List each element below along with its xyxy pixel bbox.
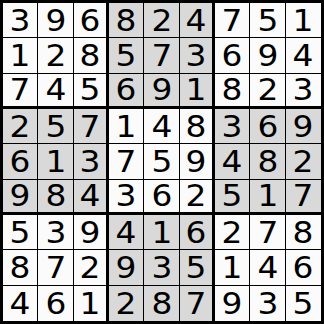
- cell-r3c5[interactable]: 9: [144, 74, 179, 109]
- cell-digit: 6: [222, 40, 243, 71]
- cell-r9c2[interactable]: 6: [38, 286, 73, 321]
- cell-digit: 9: [79, 217, 100, 248]
- cell-r4c6[interactable]: 8: [180, 109, 215, 144]
- cell-r4c8[interactable]: 6: [250, 109, 285, 144]
- cell-digit: 4: [185, 5, 206, 36]
- cell-r1c5[interactable]: 2: [144, 3, 179, 38]
- cell-digit: 8: [10, 252, 31, 283]
- cell-digit: 4: [10, 288, 31, 319]
- cell-digit: 5: [45, 111, 66, 142]
- cell-digit: 3: [185, 40, 206, 71]
- cell-digit: 9: [151, 74, 172, 105]
- cell-r6c9[interactable]: 7: [286, 180, 321, 215]
- cell-digit: 4: [79, 180, 100, 211]
- cell-digit: 7: [222, 5, 243, 36]
- cell-digit: 7: [116, 146, 137, 177]
- cell-r2c5[interactable]: 7: [144, 38, 179, 73]
- cell-r3c9[interactable]: 3: [286, 74, 321, 109]
- cell-r9c8[interactable]: 3: [250, 286, 285, 321]
- cell-digit: 9: [45, 5, 66, 36]
- cell-digit: 6: [293, 252, 314, 283]
- cell-r5c8[interactable]: 8: [250, 144, 285, 179]
- cell-r4c3[interactable]: 7: [74, 109, 109, 144]
- cell-r8c1[interactable]: 8: [3, 250, 38, 285]
- cell-r5c9[interactable]: 2: [286, 144, 321, 179]
- cell-r2c3[interactable]: 8: [74, 38, 109, 73]
- cell-r8c3[interactable]: 2: [74, 250, 109, 285]
- sudoku-board: 3968247511285736947456918232571483696137…: [0, 0, 324, 324]
- cell-digit: 8: [185, 111, 206, 142]
- cell-digit: 1: [116, 111, 137, 142]
- cell-digit: 2: [45, 40, 66, 71]
- cell-r2c4[interactable]: 5: [109, 38, 144, 73]
- cell-digit: 4: [116, 217, 137, 248]
- cell-r6c1[interactable]: 9: [3, 180, 38, 215]
- cell-digit: 1: [185, 74, 206, 105]
- cell-digit: 6: [151, 180, 172, 211]
- cell-r1c2[interactable]: 9: [38, 3, 73, 38]
- cell-r2c7[interactable]: 6: [215, 38, 250, 73]
- cell-r5c3[interactable]: 3: [74, 144, 109, 179]
- cell-digit: 9: [257, 40, 278, 71]
- cell-digit: 3: [10, 5, 31, 36]
- cell-r1c4[interactable]: 8: [109, 3, 144, 38]
- cell-r8c6[interactable]: 5: [180, 250, 215, 285]
- cell-digit: 1: [79, 288, 100, 319]
- cell-r9c3[interactable]: 1: [74, 286, 109, 321]
- cell-r5c2[interactable]: 1: [38, 144, 73, 179]
- cell-r4c5[interactable]: 4: [144, 109, 179, 144]
- cell-r6c5[interactable]: 6: [144, 180, 179, 215]
- cell-digit: 8: [293, 217, 314, 248]
- cell-digit: 4: [151, 111, 172, 142]
- cell-r4c2[interactable]: 5: [38, 109, 73, 144]
- cell-r7c7[interactable]: 2: [215, 215, 250, 250]
- cell-digit: 8: [222, 74, 243, 105]
- cell-digit: 7: [257, 217, 278, 248]
- cell-digit: 7: [10, 74, 31, 105]
- cell-r7c3[interactable]: 9: [74, 215, 109, 250]
- cell-digit: 6: [116, 74, 137, 105]
- cell-digit: 3: [45, 217, 66, 248]
- cell-digit: 4: [257, 252, 278, 283]
- cell-r5c4[interactable]: 7: [109, 144, 144, 179]
- cell-digit: 2: [116, 288, 137, 319]
- cell-r5c1[interactable]: 6: [3, 144, 38, 179]
- cell-digit: 6: [185, 217, 206, 248]
- cell-r3c3[interactable]: 5: [74, 74, 109, 109]
- cell-r2c6[interactable]: 3: [180, 38, 215, 73]
- cell-digit: 3: [151, 252, 172, 283]
- cell-digit: 5: [257, 5, 278, 36]
- cell-r7c8[interactable]: 7: [250, 215, 285, 250]
- cell-r1c6[interactable]: 4: [180, 3, 215, 38]
- cell-r1c3[interactable]: 6: [74, 3, 109, 38]
- cell-r6c6[interactable]: 2: [180, 180, 215, 215]
- cell-digit: 7: [185, 288, 206, 319]
- cell-digit: 2: [257, 74, 278, 105]
- cell-digit: 9: [185, 146, 206, 177]
- cell-digit: 4: [45, 74, 66, 105]
- cell-r3c4[interactable]: 6: [109, 74, 144, 109]
- cell-digit: 5: [222, 180, 243, 211]
- cell-digit: 8: [79, 40, 100, 71]
- cell-r7c9[interactable]: 8: [286, 215, 321, 250]
- cell-digit: 7: [79, 111, 100, 142]
- cell-r6c4[interactable]: 3: [109, 180, 144, 215]
- cell-digit: 2: [151, 5, 172, 36]
- cell-digit: 1: [10, 40, 31, 71]
- cell-digit: 6: [45, 288, 66, 319]
- cell-r1c8[interactable]: 5: [250, 3, 285, 38]
- cell-r6c3[interactable]: 4: [74, 180, 109, 215]
- cell-digit: 8: [257, 146, 278, 177]
- cell-r3c6[interactable]: 1: [180, 74, 215, 109]
- cell-digit: 8: [116, 5, 137, 36]
- cell-digit: 4: [293, 40, 314, 71]
- cell-r7c6[interactable]: 6: [180, 215, 215, 250]
- cell-digit: 6: [257, 111, 278, 142]
- cell-r2c9[interactable]: 4: [286, 38, 321, 73]
- cell-digit: 1: [222, 252, 243, 283]
- cell-digit: 2: [185, 180, 206, 211]
- cell-digit: 6: [10, 146, 31, 177]
- cell-digit: 8: [45, 180, 66, 211]
- cell-r9c5[interactable]: 8: [144, 286, 179, 321]
- cell-r2c1[interactable]: 1: [3, 38, 38, 73]
- cell-digit: 2: [293, 146, 314, 177]
- cell-digit: 7: [151, 40, 172, 71]
- cell-digit: 9: [222, 288, 243, 319]
- cell-digit: 7: [45, 252, 66, 283]
- cell-r6c8[interactable]: 1: [250, 180, 285, 215]
- cell-digit: 2: [10, 111, 31, 142]
- cell-r9c6[interactable]: 7: [180, 286, 215, 321]
- cell-r8c4[interactable]: 9: [109, 250, 144, 285]
- cell-r8c8[interactable]: 4: [250, 250, 285, 285]
- cell-r9c9[interactable]: 5: [286, 286, 321, 321]
- cell-digit: 5: [116, 40, 137, 71]
- cell-r3c8[interactable]: 2: [250, 74, 285, 109]
- cell-r5c5[interactable]: 5: [144, 144, 179, 179]
- cell-digit: 3: [79, 146, 100, 177]
- cell-digit: 1: [151, 217, 172, 248]
- cell-digit: 9: [10, 180, 31, 211]
- cell-r6c2[interactable]: 8: [38, 180, 73, 215]
- cell-digit: 5: [79, 74, 100, 105]
- cell-r7c4[interactable]: 4: [109, 215, 144, 250]
- cell-digit: 3: [116, 180, 137, 211]
- cell-digit: 8: [151, 288, 172, 319]
- cell-digit: 2: [222, 217, 243, 248]
- cell-digit: 3: [257, 288, 278, 319]
- cell-digit: 5: [293, 288, 314, 319]
- cell-r1c7[interactable]: 7: [215, 3, 250, 38]
- cell-r7c1[interactable]: 5: [3, 215, 38, 250]
- cell-digit: 1: [257, 180, 278, 211]
- cell-r9c4[interactable]: 2: [109, 286, 144, 321]
- cell-digit: 5: [151, 146, 172, 177]
- cell-r4c9[interactable]: 9: [286, 109, 321, 144]
- cell-r5c6[interactable]: 9: [180, 144, 215, 179]
- cell-r9c1[interactable]: 4: [3, 286, 38, 321]
- cell-r8c7[interactable]: 1: [215, 250, 250, 285]
- cell-r5c7[interactable]: 4: [215, 144, 250, 179]
- cell-digit: 1: [293, 5, 314, 36]
- cell-digit: 5: [185, 252, 206, 283]
- cell-r7c5[interactable]: 1: [144, 215, 179, 250]
- cell-r3c2[interactable]: 4: [38, 74, 73, 109]
- cell-digit: 9: [293, 111, 314, 142]
- cell-digit: 5: [10, 217, 31, 248]
- cell-r8c5[interactable]: 3: [144, 250, 179, 285]
- cell-r2c2[interactable]: 2: [38, 38, 73, 73]
- cell-digit: 1: [45, 146, 66, 177]
- cell-r9c7[interactable]: 9: [215, 286, 250, 321]
- cell-digit: 4: [222, 146, 243, 177]
- cell-r1c1[interactable]: 3: [3, 3, 38, 38]
- cell-r6c7[interactable]: 5: [215, 180, 250, 215]
- cell-r3c7[interactable]: 8: [215, 74, 250, 109]
- cell-r4c1[interactable]: 2: [3, 109, 38, 144]
- cell-r8c9[interactable]: 6: [286, 250, 321, 285]
- cell-digit: 3: [293, 74, 314, 105]
- cell-digit: 7: [293, 180, 314, 211]
- cell-digit: 6: [79, 5, 100, 36]
- cell-r3c1[interactable]: 7: [3, 74, 38, 109]
- cell-r4c4[interactable]: 1: [109, 109, 144, 144]
- cell-digit: 3: [222, 111, 243, 142]
- cell-digit: 9: [116, 252, 137, 283]
- cell-r1c9[interactable]: 1: [286, 3, 321, 38]
- cell-r8c2[interactable]: 7: [38, 250, 73, 285]
- cell-r4c7[interactable]: 3: [215, 109, 250, 144]
- cell-r2c8[interactable]: 9: [250, 38, 285, 73]
- cell-r7c2[interactable]: 3: [38, 215, 73, 250]
- cell-digit: 2: [79, 252, 100, 283]
